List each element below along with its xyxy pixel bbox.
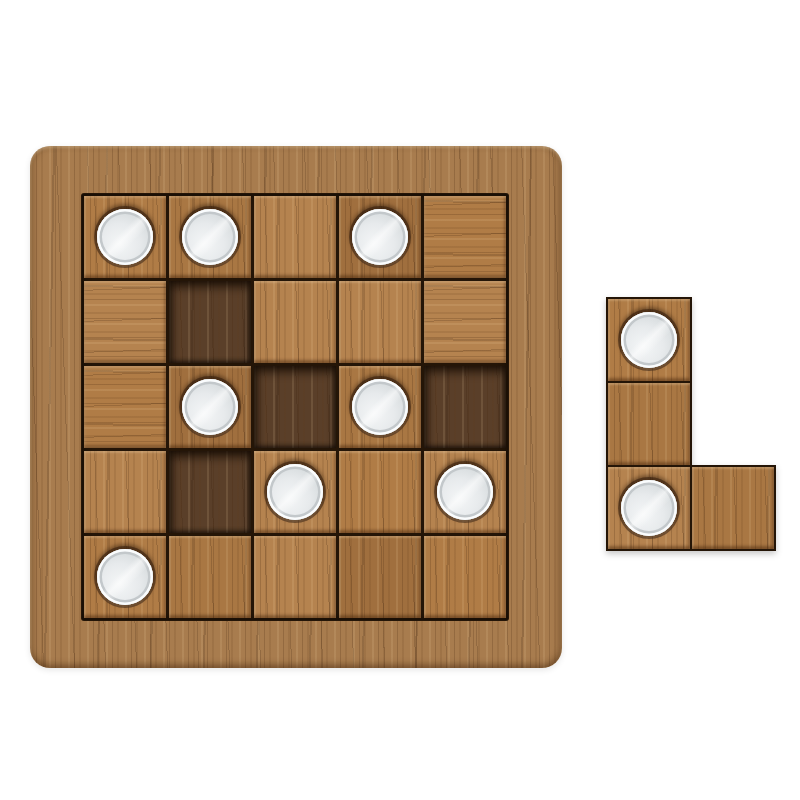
- product-photo-stage: [0, 0, 800, 800]
- board-tile-r1c2[interactable]: [254, 281, 336, 363]
- silver-peg: [352, 209, 408, 265]
- board-tile-r0c3[interactable]: [339, 196, 421, 278]
- board-grid: [82, 194, 508, 620]
- board-recess-r2c2: [254, 366, 336, 448]
- board-tile-r3c2[interactable]: [254, 451, 336, 533]
- tray-piece-cell-r0c0[interactable]: [608, 299, 690, 381]
- puzzle-board: [30, 146, 562, 668]
- tray-empty-space: [692, 383, 774, 465]
- board-recess-r3c1: [169, 451, 251, 533]
- board-tile-r0c4[interactable]: [424, 196, 506, 278]
- board-recess-r1c1: [169, 281, 251, 363]
- tray-empty-space: [692, 299, 774, 381]
- board-tile-r1c4[interactable]: [424, 281, 506, 363]
- board-tile-r0c2[interactable]: [254, 196, 336, 278]
- tray-piece-l-tetromino[interactable]: [608, 299, 774, 549]
- board-tile-r1c0[interactable]: [84, 281, 166, 363]
- silver-peg: [267, 464, 323, 520]
- tray-piece-cell-r2c0[interactable]: [608, 467, 690, 549]
- board-tile-r3c3[interactable]: [339, 451, 421, 533]
- board-tile-r4c2[interactable]: [254, 536, 336, 618]
- board-tile-r3c0[interactable]: [84, 451, 166, 533]
- board-tile-r3c4[interactable]: [424, 451, 506, 533]
- board-tile-r4c0[interactable]: [84, 536, 166, 618]
- board-tile-r4c1[interactable]: [169, 536, 251, 618]
- board-tile-r1c3[interactable]: [339, 281, 421, 363]
- tray-piece-cell-r2c1[interactable]: [692, 467, 774, 549]
- board-tile-r2c3[interactable]: [339, 366, 421, 448]
- tray-piece-cell-r1c0[interactable]: [608, 383, 690, 465]
- silver-peg: [621, 312, 677, 368]
- silver-peg: [97, 209, 153, 265]
- silver-peg: [621, 480, 677, 536]
- board-tile-r4c3[interactable]: [339, 536, 421, 618]
- silver-peg: [437, 464, 493, 520]
- silver-peg: [182, 379, 238, 435]
- silver-peg: [182, 209, 238, 265]
- board-tile-r4c4[interactable]: [424, 536, 506, 618]
- board-tile-r2c0[interactable]: [84, 366, 166, 448]
- board-recess-r2c4: [424, 366, 506, 448]
- board-tile-r0c0[interactable]: [84, 196, 166, 278]
- silver-peg: [97, 549, 153, 605]
- board-tile-r0c1[interactable]: [169, 196, 251, 278]
- board-tile-r2c1[interactable]: [169, 366, 251, 448]
- silver-peg: [352, 379, 408, 435]
